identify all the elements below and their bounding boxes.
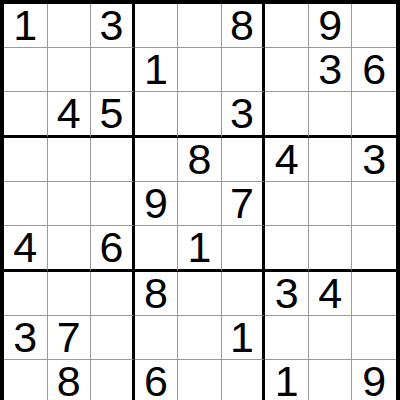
sudoku-cell-r1c5[interactable] <box>178 4 222 48</box>
sudoku-cell-r6c9[interactable] <box>352 226 396 272</box>
sudoku-cell-r2c7[interactable] <box>265 48 309 92</box>
sudoku-cell-r9c6[interactable] <box>222 360 266 400</box>
sudoku-cell-r6c6[interactable] <box>222 226 266 272</box>
sudoku-cell-r4c5[interactable]: 8 <box>178 138 222 182</box>
sudoku-cell-r9c9[interactable]: 9 <box>352 360 396 400</box>
sudoku-cell-r9c2[interactable]: 8 <box>48 360 92 400</box>
sudoku-cell-r2c5[interactable] <box>178 48 222 92</box>
sudoku-cell-r2c4[interactable]: 1 <box>135 48 179 92</box>
sudoku-cell-r1c4[interactable] <box>135 4 179 48</box>
sudoku-cell-r7c8[interactable]: 4 <box>309 272 353 316</box>
sudoku-cell-r5c2[interactable] <box>48 182 92 226</box>
sudoku-cell-r8c2[interactable]: 7 <box>48 316 92 360</box>
sudoku-cell-r3c7[interactable] <box>265 92 309 138</box>
sudoku-board: 1389136453843974618343718619 <box>0 0 400 400</box>
sudoku-cell-r9c7[interactable]: 1 <box>265 360 309 400</box>
sudoku-cell-r4c6[interactable] <box>222 138 266 182</box>
sudoku-cell-r4c9[interactable]: 3 <box>352 138 396 182</box>
sudoku-cell-r8c7[interactable] <box>265 316 309 360</box>
sudoku-cell-r3c9[interactable] <box>352 92 396 138</box>
sudoku-cell-r8c6[interactable]: 1 <box>222 316 266 360</box>
sudoku-cell-r7c3[interactable] <box>91 272 135 316</box>
sudoku-cell-r9c1[interactable] <box>4 360 48 400</box>
sudoku-cell-r1c7[interactable] <box>265 4 309 48</box>
sudoku-cell-r7c6[interactable] <box>222 272 266 316</box>
sudoku-cell-r2c6[interactable] <box>222 48 266 92</box>
sudoku-cell-r1c2[interactable] <box>48 4 92 48</box>
sudoku-cell-r3c8[interactable] <box>309 92 353 138</box>
sudoku-cell-r2c1[interactable] <box>4 48 48 92</box>
sudoku-cell-r7c2[interactable] <box>48 272 92 316</box>
sudoku-cell-r8c4[interactable] <box>135 316 179 360</box>
sudoku-cell-r9c8[interactable] <box>309 360 353 400</box>
sudoku-cell-r3c1[interactable] <box>4 92 48 138</box>
sudoku-cell-r2c2[interactable] <box>48 48 92 92</box>
sudoku-cell-r2c8[interactable]: 3 <box>309 48 353 92</box>
sudoku-cell-r5c9[interactable] <box>352 182 396 226</box>
sudoku-cell-r4c4[interactable] <box>135 138 179 182</box>
sudoku-cell-r4c2[interactable] <box>48 138 92 182</box>
sudoku-cell-r9c3[interactable] <box>91 360 135 400</box>
sudoku-cell-r7c7[interactable]: 3 <box>265 272 309 316</box>
sudoku-cell-r1c1[interactable]: 1 <box>4 4 48 48</box>
sudoku-cell-r5c6[interactable]: 7 <box>222 182 266 226</box>
sudoku-cell-r3c6[interactable]: 3 <box>222 92 266 138</box>
sudoku-cell-r7c4[interactable]: 8 <box>135 272 179 316</box>
sudoku-cell-r5c8[interactable] <box>309 182 353 226</box>
sudoku-cell-r3c4[interactable] <box>135 92 179 138</box>
sudoku-cell-r5c1[interactable] <box>4 182 48 226</box>
sudoku-cell-r3c5[interactable] <box>178 92 222 138</box>
sudoku-cell-r8c5[interactable] <box>178 316 222 360</box>
sudoku-cell-r6c4[interactable] <box>135 226 179 272</box>
sudoku-cell-r8c3[interactable] <box>91 316 135 360</box>
sudoku-cell-r1c9[interactable] <box>352 4 396 48</box>
sudoku-cell-r6c8[interactable] <box>309 226 353 272</box>
sudoku-cell-r5c7[interactable] <box>265 182 309 226</box>
sudoku-cell-r8c9[interactable] <box>352 316 396 360</box>
sudoku-cell-r8c8[interactable] <box>309 316 353 360</box>
sudoku-cell-r2c3[interactable] <box>91 48 135 92</box>
sudoku-cell-r7c1[interactable] <box>4 272 48 316</box>
sudoku-cell-r4c1[interactable] <box>4 138 48 182</box>
sudoku-cell-r2c9[interactable]: 6 <box>352 48 396 92</box>
sudoku-cell-r3c2[interactable]: 4 <box>48 92 92 138</box>
sudoku-cell-r4c8[interactable] <box>309 138 353 182</box>
sudoku-cell-r6c5[interactable]: 1 <box>178 226 222 272</box>
sudoku-cell-r5c5[interactable] <box>178 182 222 226</box>
sudoku-cell-r5c3[interactable] <box>91 182 135 226</box>
sudoku-cell-r3c3[interactable]: 5 <box>91 92 135 138</box>
sudoku-cell-r7c5[interactable] <box>178 272 222 316</box>
sudoku-cell-r4c7[interactable]: 4 <box>265 138 309 182</box>
sudoku-cell-r6c3[interactable]: 6 <box>91 226 135 272</box>
sudoku-cell-r6c2[interactable] <box>48 226 92 272</box>
sudoku-cell-r9c4[interactable]: 6 <box>135 360 179 400</box>
sudoku-cell-r7c9[interactable] <box>352 272 396 316</box>
sudoku-cell-r8c1[interactable]: 3 <box>4 316 48 360</box>
sudoku-cell-r1c3[interactable]: 3 <box>91 4 135 48</box>
sudoku-cell-r1c8[interactable]: 9 <box>309 4 353 48</box>
sudoku-puzzle: 1389136453843974618343718619 <box>0 0 400 400</box>
sudoku-cell-r5c4[interactable]: 9 <box>135 182 179 226</box>
sudoku-cell-r6c7[interactable] <box>265 226 309 272</box>
sudoku-cell-r1c6[interactable]: 8 <box>222 4 266 48</box>
sudoku-cell-r6c1[interactable]: 4 <box>4 226 48 272</box>
sudoku-cell-r9c5[interactable] <box>178 360 222 400</box>
sudoku-cell-r4c3[interactable] <box>91 138 135 182</box>
